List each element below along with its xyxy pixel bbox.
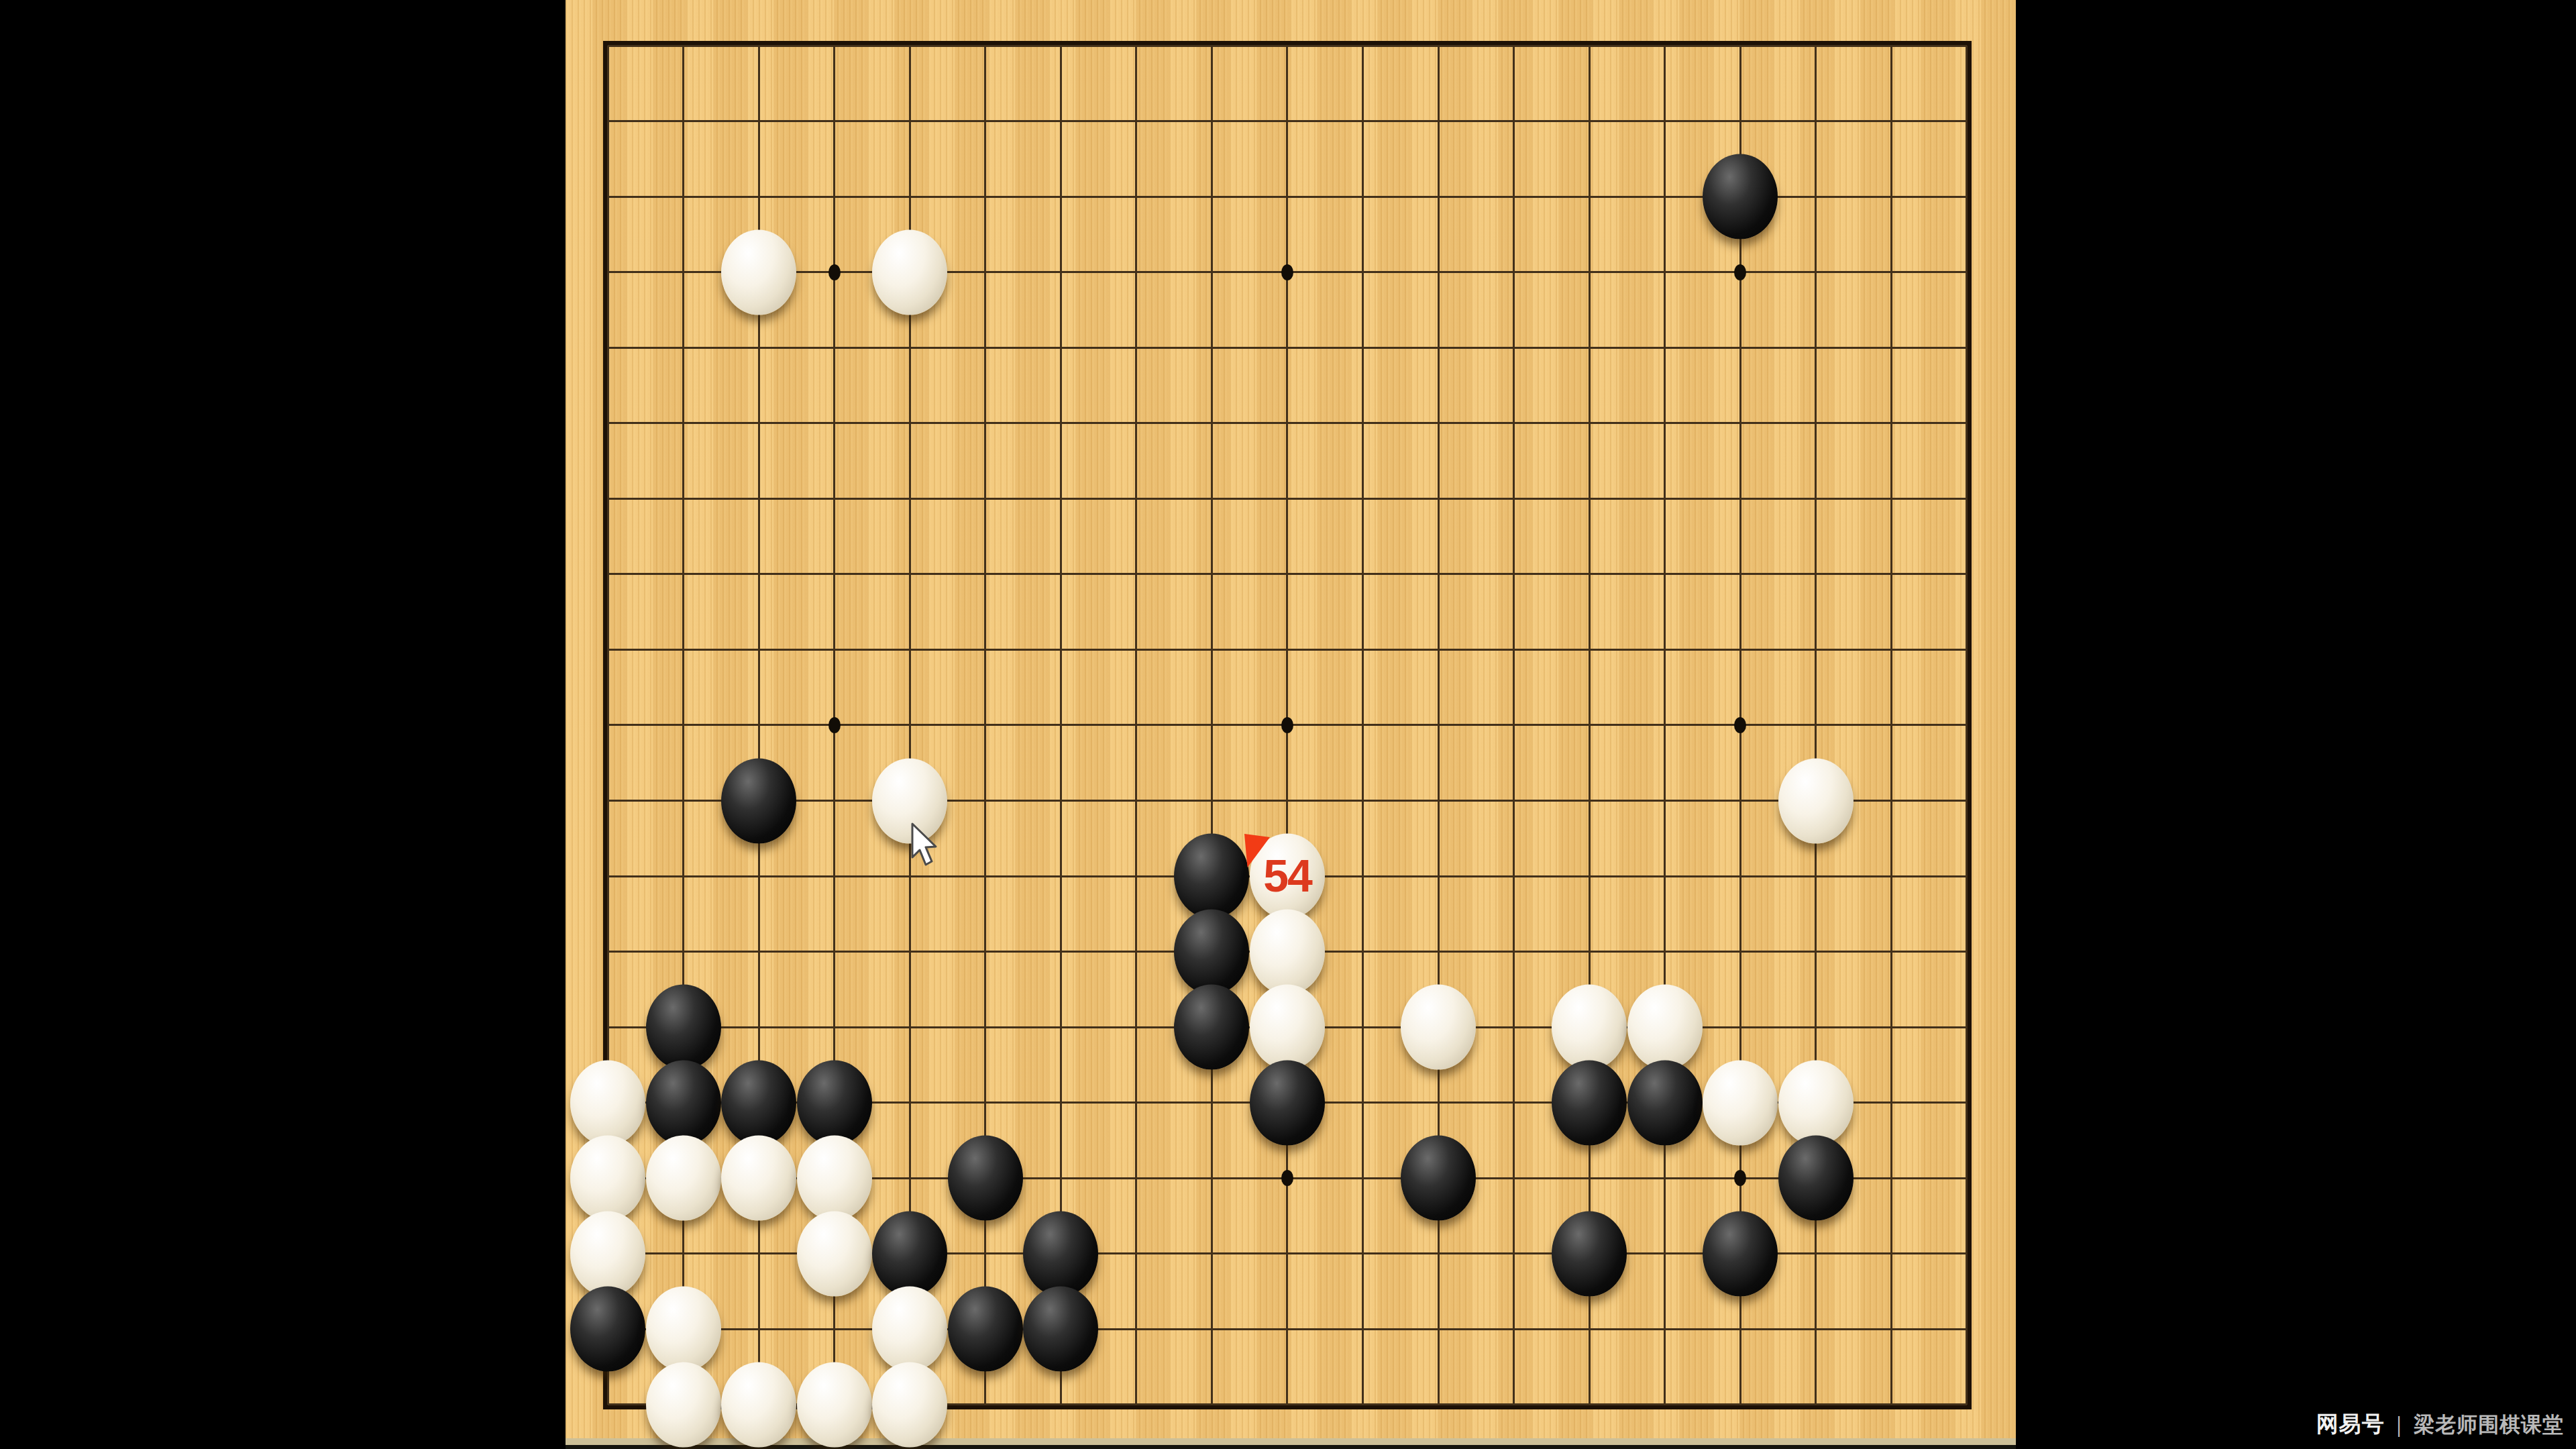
grid-line-vertical: [1664, 46, 1666, 1405]
white-stone: [646, 1362, 721, 1447]
last-move-number: 54: [1263, 853, 1311, 898]
black-stone: [1174, 909, 1249, 994]
white-stone: [570, 1060, 645, 1145]
black-stone: [1174, 985, 1249, 1070]
white-stone: [1778, 758, 1854, 843]
black-stone: [1250, 1060, 1325, 1145]
watermark: 网易号｜梁老师围棋课堂: [2316, 1409, 2564, 1440]
black-stone: [570, 1287, 645, 1372]
white-stone: [646, 1287, 721, 1372]
black-stone: [1023, 1211, 1098, 1296]
white-stone: [721, 1136, 796, 1221]
white-stone: [872, 1362, 947, 1447]
grid-line-vertical: [1966, 46, 1968, 1405]
watermark-separator: ｜: [2385, 1413, 2414, 1436]
white-stone: [1401, 985, 1476, 1070]
white-stone: [872, 229, 947, 315]
star-point: [1281, 717, 1293, 733]
grid-line-horizontal: [608, 800, 1967, 802]
black-stone: [1023, 1287, 1098, 1372]
black-stone: [721, 1060, 796, 1145]
black-stone: [1552, 1060, 1627, 1145]
grid-line-vertical: [1362, 46, 1364, 1405]
black-stone: [1174, 834, 1249, 919]
star-point: [828, 717, 841, 733]
white-stone: [797, 1211, 872, 1296]
white-stone: [1703, 1060, 1778, 1145]
white-stone: [1250, 985, 1325, 1070]
black-stone: [1703, 1211, 1778, 1296]
white-stone: [646, 1136, 721, 1221]
star-point: [1734, 1170, 1746, 1186]
white-stone: [797, 1136, 872, 1221]
white-stone: [872, 1287, 947, 1372]
white-stone: [570, 1211, 645, 1296]
black-stone: [646, 1060, 721, 1145]
grid-line-vertical: [1513, 46, 1515, 1405]
black-stone: [948, 1287, 1023, 1372]
black-stone: [1778, 1136, 1854, 1221]
star-point: [1281, 264, 1293, 280]
white-stone: [1627, 985, 1703, 1070]
black-stone: [721, 758, 796, 843]
white-stone: [1250, 909, 1325, 994]
white-stone: [1778, 1060, 1854, 1145]
mouse-cursor-icon: [911, 822, 942, 868]
star-point: [1734, 717, 1746, 733]
grid-line-vertical: [1589, 46, 1591, 1405]
black-stone: [1401, 1136, 1476, 1221]
board-bottom-bevel: [566, 1438, 2016, 1445]
watermark-brand: 网易号: [2316, 1411, 2385, 1436]
black-stone: [1627, 1060, 1703, 1145]
star-point: [828, 264, 841, 280]
screenshot-stage: 54 网易号｜梁老师围棋课堂: [0, 0, 2576, 1449]
black-stone: [872, 1211, 947, 1296]
watermark-channel: 梁老师围棋课堂: [2414, 1413, 2564, 1436]
black-stone: [646, 985, 721, 1070]
grid-line-horizontal: [608, 1328, 1967, 1330]
white-stone: [1552, 985, 1627, 1070]
star-point: [1734, 264, 1746, 280]
white-stone: [721, 229, 796, 315]
black-stone: [1703, 154, 1778, 239]
white-stone: [797, 1362, 872, 1447]
black-stone: [797, 1060, 872, 1145]
black-stone: [948, 1136, 1023, 1221]
black-stone: [1552, 1211, 1627, 1296]
star-point: [1281, 1170, 1293, 1186]
white-stone: [570, 1136, 645, 1221]
white-stone: [721, 1362, 796, 1447]
board-bottom-edge: [566, 1445, 2016, 1449]
grid-line-vertical: [1890, 46, 1892, 1405]
